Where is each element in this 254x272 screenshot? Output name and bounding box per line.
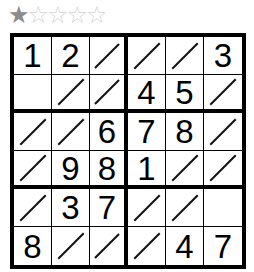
cell-r5c3[interactable]: 7 [90, 189, 128, 227]
star-filled-icon: ★ [8, 3, 28, 27]
puzzle-board: 1234567898137847 [10, 33, 246, 269]
difficulty-rating: ★☆☆☆☆ [8, 3, 106, 27]
slash-mark [57, 79, 84, 106]
given-digit: 3 [61, 191, 79, 224]
slash-mark [94, 43, 119, 68]
cell-r1c2[interactable]: 2 [52, 37, 90, 75]
cell-r3c4[interactable]: 7 [128, 113, 166, 151]
cell-r2c2[interactable] [52, 75, 90, 113]
star-empty-icon: ☆ [86, 3, 106, 27]
given-digit: 9 [61, 152, 79, 185]
cell-r1c5[interactable] [166, 37, 204, 75]
cell-r4c3[interactable]: 8 [90, 151, 128, 189]
given-digit: 4 [175, 230, 193, 263]
given-digit: 5 [175, 76, 193, 109]
slash-mark [57, 233, 84, 260]
cell-r1c6[interactable]: 3 [204, 37, 242, 75]
slash-mark [133, 233, 160, 260]
given-digit: 1 [23, 39, 41, 72]
cell-r6c2[interactable] [52, 227, 90, 265]
given-digit: 1 [137, 152, 155, 185]
cell-r5c1[interactable] [14, 189, 52, 227]
cell-r2c5[interactable]: 5 [166, 75, 204, 113]
slash-mark [171, 194, 198, 221]
cell-r3c6[interactable] [204, 113, 242, 151]
slash-mark [171, 155, 198, 182]
cell-r2c6[interactable] [204, 75, 242, 113]
slash-mark [94, 79, 119, 104]
cell-r3c3[interactable]: 6 [90, 113, 128, 151]
given-digit: 2 [61, 39, 79, 72]
cell-r5c6[interactable] [204, 189, 242, 227]
cell-r3c5[interactable]: 8 [166, 113, 204, 151]
given-digit: 8 [175, 115, 193, 148]
cell-r4c4[interactable]: 1 [128, 151, 166, 189]
star-empty-icon: ☆ [67, 3, 87, 27]
cell-r4c5[interactable] [166, 151, 204, 189]
slash-mark [210, 79, 237, 106]
cell-r6c4[interactable] [128, 227, 166, 265]
given-digit: 8 [98, 152, 116, 185]
cell-r3c2[interactable] [52, 113, 90, 151]
given-digit: 7 [214, 230, 232, 263]
cell-r6c3[interactable] [90, 227, 128, 265]
cell-r5c2[interactable]: 3 [52, 189, 90, 227]
star-empty-icon: ☆ [28, 3, 48, 27]
cell-r5c4[interactable] [128, 189, 166, 227]
slash-mark [210, 118, 237, 145]
slash-mark [19, 155, 46, 182]
cell-r6c5[interactable]: 4 [166, 227, 204, 265]
cell-r4c6[interactable] [204, 151, 242, 189]
cell-r1c1[interactable]: 1 [14, 37, 52, 75]
given-digit: 7 [137, 115, 155, 148]
cell-r6c6[interactable]: 7 [204, 227, 242, 265]
cell-r6c1[interactable]: 8 [14, 227, 52, 265]
slash-mark [94, 233, 119, 258]
given-digit: 3 [214, 39, 232, 72]
slash-mark [19, 118, 46, 145]
cell-r3c1[interactable] [14, 113, 52, 151]
star-empty-icon: ☆ [47, 3, 67, 27]
slash-mark [210, 155, 237, 182]
given-digit: 6 [98, 115, 116, 148]
slash-mark [171, 42, 198, 69]
cell-r4c1[interactable] [14, 151, 52, 189]
slash-mark [133, 42, 160, 69]
puzzle-page: ★☆☆☆☆ 1234567898137847 [0, 0, 254, 272]
cell-r1c4[interactable] [128, 37, 166, 75]
cell-r4c2[interactable]: 9 [52, 151, 90, 189]
cell-r2c4[interactable]: 4 [128, 75, 166, 113]
given-digit: 8 [23, 230, 41, 263]
cell-r2c3[interactable] [90, 75, 128, 113]
cell-r1c3[interactable] [90, 37, 128, 75]
slash-mark [57, 118, 84, 145]
given-digit: 4 [137, 76, 155, 109]
slash-mark [133, 194, 160, 221]
cell-r5c5[interactable] [166, 189, 204, 227]
slash-mark [19, 194, 46, 221]
given-digit: 7 [98, 191, 116, 224]
cell-r2c1[interactable] [14, 75, 52, 113]
